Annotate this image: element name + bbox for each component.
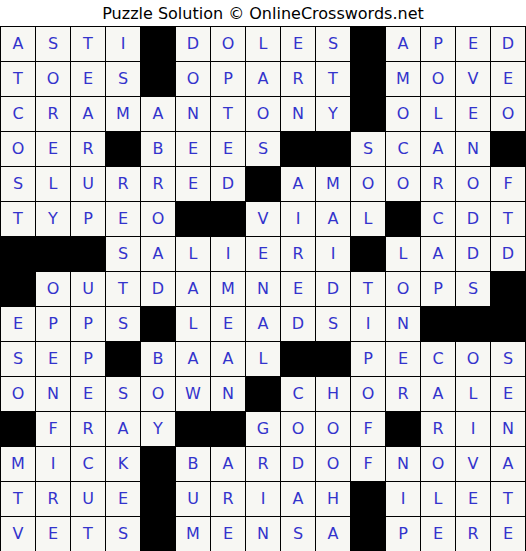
black-square — [281, 342, 316, 377]
letter-cell: Y — [36, 202, 71, 237]
letter-cell: E — [491, 517, 526, 551]
letter-cell: O — [281, 412, 316, 447]
letter-cell: E — [456, 27, 491, 62]
black-square — [1, 237, 36, 272]
letter-cell: N — [491, 412, 526, 447]
letter-cell: E — [491, 377, 526, 412]
letter-cell: C — [421, 202, 456, 237]
black-square — [421, 307, 456, 342]
letter-cell: N — [246, 517, 281, 551]
letter-cell: I — [211, 237, 246, 272]
letter-cell: O — [351, 167, 386, 202]
letter-cell: F — [36, 412, 71, 447]
letter-cell: A — [281, 482, 316, 517]
letter-cell: O — [316, 447, 351, 482]
letter-cell: N — [281, 97, 316, 132]
letter-cell: O — [246, 97, 281, 132]
letter-cell: S — [106, 517, 141, 551]
letter-cell: A — [421, 237, 456, 272]
letter-cell: S — [316, 307, 351, 342]
letter-cell: S — [351, 132, 386, 167]
letter-cell: V — [456, 447, 491, 482]
letter-cell: E — [421, 517, 456, 551]
letter-cell: T — [491, 482, 526, 517]
letter-cell: R — [71, 132, 106, 167]
letter-cell: M — [386, 62, 421, 97]
letter-cell: M — [176, 517, 211, 551]
letter-cell: C — [71, 447, 106, 482]
letter-cell: D — [176, 27, 211, 62]
letter-cell: U — [71, 482, 106, 517]
letter-cell: E — [246, 237, 281, 272]
letter-cell: B — [141, 132, 176, 167]
black-square — [386, 202, 421, 237]
letter-cell: A — [141, 237, 176, 272]
letter-cell: H — [316, 377, 351, 412]
letter-cell: A — [316, 202, 351, 237]
letter-cell: E — [36, 132, 71, 167]
letter-cell: E — [211, 307, 246, 342]
letter-cell: L — [351, 202, 386, 237]
letter-cell: S — [246, 132, 281, 167]
letter-cell: A — [176, 272, 211, 307]
letter-cell: M — [211, 272, 246, 307]
letter-cell: E — [176, 132, 211, 167]
letter-cell: I — [351, 307, 386, 342]
letter-cell: V — [456, 62, 491, 97]
puzzle-solution-page: Puzzle Solution © OnlineCrosswords.net A… — [0, 0, 526, 551]
letter-cell: O — [386, 167, 421, 202]
letter-cell: E — [176, 167, 211, 202]
letter-cell: E — [386, 342, 421, 377]
letter-cell: T — [316, 62, 351, 97]
letter-cell: L — [456, 377, 491, 412]
letter-cell: U — [176, 482, 211, 517]
letter-cell: A — [211, 447, 246, 482]
letter-cell: H — [316, 482, 351, 517]
letter-cell: P — [71, 202, 106, 237]
black-square — [1, 412, 36, 447]
letter-cell: O — [421, 447, 456, 482]
black-square — [351, 237, 386, 272]
letter-cell: C — [386, 132, 421, 167]
letter-cell: L — [246, 27, 281, 62]
black-square — [316, 342, 351, 377]
letter-cell: R — [36, 482, 71, 517]
letter-cell: E — [211, 517, 246, 551]
letter-cell: P — [351, 342, 386, 377]
letter-cell: B — [141, 342, 176, 377]
letter-cell: E — [71, 62, 106, 97]
black-square — [36, 237, 71, 272]
black-square — [351, 97, 386, 132]
letter-cell: O — [456, 342, 491, 377]
letter-cell: Y — [316, 97, 351, 132]
letter-cell: O — [316, 412, 351, 447]
letter-cell: A — [281, 167, 316, 202]
black-square — [176, 202, 211, 237]
letter-cell: D — [456, 237, 491, 272]
black-square — [491, 132, 526, 167]
letter-cell: G — [246, 412, 281, 447]
letter-cell: A — [421, 377, 456, 412]
letter-cell: E — [106, 202, 141, 237]
black-square — [211, 412, 246, 447]
letter-cell: T — [1, 202, 36, 237]
letter-cell: S — [316, 27, 351, 62]
letter-cell: V — [246, 202, 281, 237]
letter-cell: R — [141, 167, 176, 202]
letter-cell: A — [1, 27, 36, 62]
letter-cell: M — [106, 97, 141, 132]
letter-cell: U — [71, 167, 106, 202]
letter-cell: O — [351, 377, 386, 412]
letter-cell: R — [421, 412, 456, 447]
black-square — [1, 272, 36, 307]
letter-cell: O — [176, 62, 211, 97]
letter-cell: D — [491, 27, 526, 62]
letter-cell: I — [36, 447, 71, 482]
letter-cell: A — [176, 342, 211, 377]
letter-cell: C — [421, 342, 456, 377]
letter-cell: S — [106, 307, 141, 342]
letter-cell: L — [176, 307, 211, 342]
letter-cell: C — [1, 97, 36, 132]
letter-cell: I — [106, 27, 141, 62]
letter-cell: O — [456, 167, 491, 202]
letter-cell: T — [106, 272, 141, 307]
letter-cell: P — [211, 62, 246, 97]
letter-cell: E — [281, 27, 316, 62]
letter-cell: R — [421, 167, 456, 202]
letter-cell: O — [141, 377, 176, 412]
letter-cell: D — [316, 272, 351, 307]
black-square — [246, 167, 281, 202]
letter-cell: A — [106, 412, 141, 447]
letter-cell: S — [1, 342, 36, 377]
letter-cell: O — [141, 202, 176, 237]
black-square — [491, 307, 526, 342]
page-title: Puzzle Solution © OnlineCrosswords.net — [0, 0, 526, 26]
letter-cell: R — [106, 167, 141, 202]
black-square — [211, 202, 246, 237]
letter-cell: T — [351, 272, 386, 307]
letter-cell: L — [421, 97, 456, 132]
letter-cell: L — [386, 237, 421, 272]
letter-cell: A — [386, 27, 421, 62]
letter-cell: M — [316, 167, 351, 202]
letter-cell: O — [386, 272, 421, 307]
black-square — [386, 412, 421, 447]
letter-cell: L — [176, 237, 211, 272]
letter-cell: N — [176, 97, 211, 132]
letter-cell: N — [36, 377, 71, 412]
black-square — [281, 132, 316, 167]
letter-cell: E — [456, 482, 491, 517]
letter-cell: R — [281, 62, 316, 97]
black-square — [141, 482, 176, 517]
letter-cell: E — [281, 272, 316, 307]
letter-cell: P — [421, 272, 456, 307]
letter-cell: F — [351, 447, 386, 482]
black-square — [141, 62, 176, 97]
letter-cell: N — [456, 132, 491, 167]
letter-cell: E — [36, 517, 71, 551]
letter-cell: L — [246, 342, 281, 377]
letter-cell: R — [246, 447, 281, 482]
black-square — [106, 342, 141, 377]
letter-cell: T — [71, 27, 106, 62]
letter-cell: L — [421, 482, 456, 517]
black-square — [351, 62, 386, 97]
letter-cell: R — [211, 482, 246, 517]
letter-cell: I — [281, 202, 316, 237]
letter-cell: I — [386, 482, 421, 517]
black-square — [71, 237, 106, 272]
black-square — [141, 307, 176, 342]
letter-cell: S — [36, 27, 71, 62]
letter-cell: P — [71, 307, 106, 342]
letter-cell: O — [36, 62, 71, 97]
letter-cell: P — [36, 307, 71, 342]
letter-cell: E — [211, 132, 246, 167]
letter-cell: A — [211, 342, 246, 377]
letter-cell: T — [1, 62, 36, 97]
letter-cell: N — [386, 447, 421, 482]
letter-cell: E — [36, 342, 71, 377]
letter-cell: S — [491, 342, 526, 377]
black-square — [351, 517, 386, 551]
letter-cell: R — [281, 237, 316, 272]
black-square — [351, 482, 386, 517]
letter-cell: L — [36, 167, 71, 202]
letter-cell: D — [456, 202, 491, 237]
letter-cell: I — [456, 412, 491, 447]
letter-cell: A — [246, 62, 281, 97]
letter-cell: T — [71, 517, 106, 551]
letter-cell: F — [351, 412, 386, 447]
black-square — [141, 27, 176, 62]
letter-cell: S — [106, 377, 141, 412]
letter-cell: U — [71, 272, 106, 307]
letter-cell: A — [316, 517, 351, 551]
letter-cell: O — [421, 62, 456, 97]
letter-cell: O — [491, 97, 526, 132]
letter-cell: O — [386, 97, 421, 132]
letter-cell: Y — [141, 412, 176, 447]
letter-cell: A — [71, 97, 106, 132]
letter-cell: I — [246, 482, 281, 517]
black-square — [351, 27, 386, 62]
letter-cell: D — [141, 272, 176, 307]
letter-cell: T — [491, 202, 526, 237]
letter-cell: F — [491, 167, 526, 202]
black-square — [246, 377, 281, 412]
letter-cell: O — [1, 377, 36, 412]
letter-cell: T — [211, 97, 246, 132]
black-square — [316, 132, 351, 167]
letter-cell: N — [246, 272, 281, 307]
letter-cell: S — [1, 167, 36, 202]
black-square — [106, 132, 141, 167]
letter-cell: E — [456, 97, 491, 132]
letter-cell: P — [386, 517, 421, 551]
letter-cell: M — [1, 447, 36, 482]
black-square — [176, 412, 211, 447]
black-square — [141, 447, 176, 482]
letter-cell: S — [281, 517, 316, 551]
letter-cell: S — [106, 62, 141, 97]
black-square — [491, 272, 526, 307]
black-square — [456, 307, 491, 342]
letter-cell: B — [176, 447, 211, 482]
letter-cell: O — [1, 132, 36, 167]
letter-cell: E — [71, 377, 106, 412]
letter-cell: A — [421, 132, 456, 167]
letter-cell: D — [281, 307, 316, 342]
letter-cell: R — [36, 97, 71, 132]
letter-cell: N — [386, 307, 421, 342]
letter-cell: K — [106, 447, 141, 482]
crossword-grid: ASTIDOLESAPEDTOESOPARTMOVECRAMANTONYOLEO… — [0, 26, 526, 551]
letter-cell: E — [491, 62, 526, 97]
letter-cell: A — [141, 97, 176, 132]
letter-cell: R — [386, 377, 421, 412]
letter-cell: I — [316, 237, 351, 272]
letter-cell: C — [281, 377, 316, 412]
letter-cell: P — [71, 342, 106, 377]
letter-cell: T — [1, 482, 36, 517]
letter-cell: O — [36, 272, 71, 307]
letter-cell: D — [281, 447, 316, 482]
letter-cell: O — [211, 27, 246, 62]
letter-cell: S — [106, 237, 141, 272]
black-square — [141, 517, 176, 551]
letter-cell: W — [176, 377, 211, 412]
letter-cell: P — [421, 27, 456, 62]
letter-cell: R — [71, 412, 106, 447]
letter-cell: D — [491, 237, 526, 272]
letter-cell: R — [456, 517, 491, 551]
letter-cell: V — [1, 517, 36, 551]
letter-cell: A — [246, 307, 281, 342]
letter-cell: D — [211, 167, 246, 202]
letter-cell: A — [491, 447, 526, 482]
letter-cell: N — [211, 377, 246, 412]
letter-cell: E — [106, 482, 141, 517]
letter-cell: S — [456, 272, 491, 307]
letter-cell: E — [1, 307, 36, 342]
